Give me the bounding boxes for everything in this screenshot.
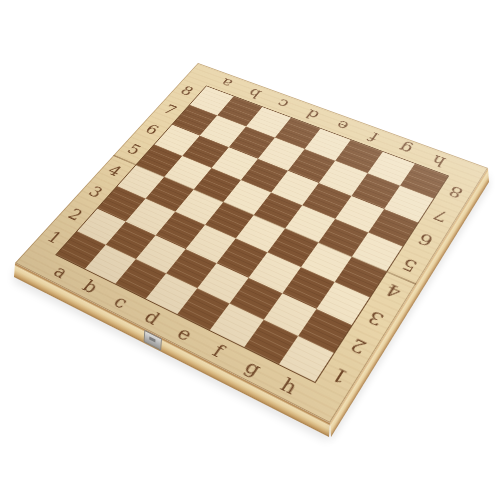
product-photo-stage: abcdefgh abcdefgh 87654321 87654321 [0,0,500,500]
chessboard: abcdefgh abcdefgh 87654321 87654321 [15,63,488,423]
